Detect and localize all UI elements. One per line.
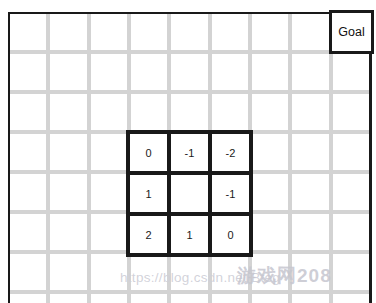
board-cell	[212, 14, 248, 50]
board-cell	[91, 134, 127, 170]
board-cell	[10, 54, 46, 90]
value-cell: 2	[130, 216, 167, 253]
value-cell: 0	[212, 216, 249, 253]
board-cell	[91, 214, 127, 250]
board-cell	[212, 294, 248, 303]
board-cell	[10, 294, 46, 303]
gridworld-diagram: { "game": "gridworld (reinforcement-lear…	[0, 0, 376, 303]
board-cell	[212, 94, 248, 130]
board-cell	[91, 174, 127, 210]
board-cell	[131, 54, 167, 90]
board-cell	[252, 94, 288, 130]
board-cell	[50, 54, 86, 90]
board-cell	[212, 54, 248, 90]
board-cell	[333, 174, 369, 210]
board-cell	[10, 214, 46, 250]
board-cell	[91, 14, 127, 50]
value-grid: 0 -1 -2 1 -1 2 1 0	[126, 130, 253, 257]
board-cell	[292, 134, 328, 170]
board-cell	[252, 14, 288, 50]
board-cell	[333, 254, 369, 290]
board-cell	[50, 294, 86, 303]
board-cell	[50, 94, 86, 130]
board-cell	[50, 214, 86, 250]
board-cell	[292, 294, 328, 303]
board-cell	[171, 294, 207, 303]
board-cell	[252, 54, 288, 90]
value-cell: -2	[212, 134, 249, 171]
board-cell	[252, 134, 288, 170]
watermark-site-text: 游戏网208	[237, 263, 332, 289]
board-cell	[292, 54, 328, 90]
board-cell	[171, 54, 207, 90]
board-cell	[333, 54, 369, 90]
board-cell	[252, 294, 288, 303]
board-cell	[91, 94, 127, 130]
board-cell	[292, 174, 328, 210]
board-cell	[252, 174, 288, 210]
value-cell-empty	[171, 175, 208, 212]
board-cell	[10, 14, 46, 50]
board-cell	[131, 14, 167, 50]
board-cell	[292, 214, 328, 250]
value-cell: -1	[212, 175, 249, 212]
value-cell: -1	[171, 134, 208, 171]
board-cell	[50, 254, 86, 290]
value-cell: 1	[171, 216, 208, 253]
board-cell	[10, 254, 46, 290]
value-cell: 1	[130, 175, 167, 212]
board-cell	[10, 134, 46, 170]
board-cell	[171, 14, 207, 50]
board-cell	[252, 214, 288, 250]
board-cell	[292, 94, 328, 130]
board-cell	[91, 294, 127, 303]
board-cell	[50, 134, 86, 170]
board-cell	[50, 14, 86, 50]
board-cell	[91, 54, 127, 90]
board-cell	[333, 214, 369, 250]
board-cell	[10, 174, 46, 210]
board-cell	[333, 294, 369, 303]
board-cell	[333, 94, 369, 130]
goal-cell: Goal	[329, 10, 374, 54]
board-cell	[333, 134, 369, 170]
board-cell	[131, 294, 167, 303]
board-cell	[50, 174, 86, 210]
board-cell	[131, 94, 167, 130]
board-cell	[10, 94, 46, 130]
value-cell: 0	[130, 134, 167, 171]
board-cell	[171, 94, 207, 130]
board-cell	[292, 14, 328, 50]
